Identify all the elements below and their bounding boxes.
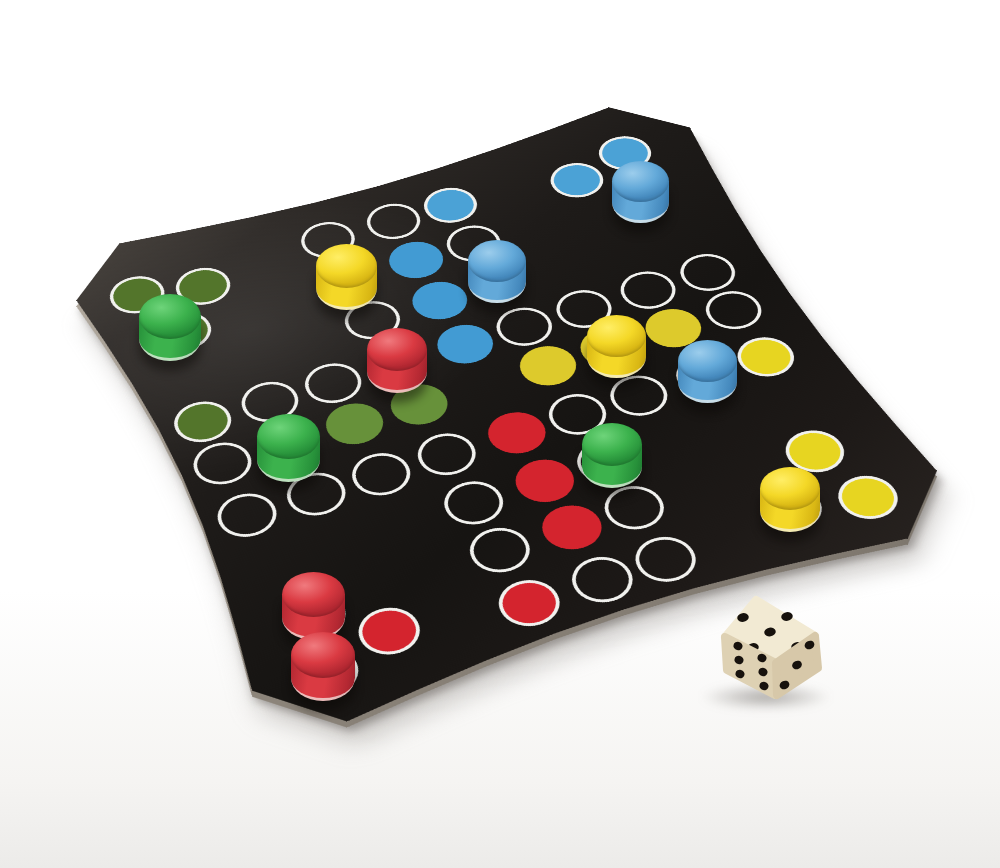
pawn-top (587, 315, 646, 357)
pawn-green-3-at-5,6[interactable] (582, 423, 642, 488)
pawn-red-1-at-3,3[interactable] (367, 328, 427, 393)
pawn-top (291, 632, 355, 678)
pawn-yellow-1-at-3,1[interactable] (316, 244, 377, 310)
pawn-blue-3-at-7,5[interactable] (678, 340, 737, 403)
pawn-top (257, 414, 320, 459)
die[interactable] (716, 592, 828, 708)
pawn-top (612, 161, 669, 202)
die-svg (716, 592, 828, 708)
pawn-green-2-at-1,4[interactable] (257, 414, 320, 482)
pawn-top (678, 340, 737, 382)
pawn-yellow-2-at-6,4[interactable] (587, 315, 646, 378)
pawn-top (316, 244, 377, 288)
pawn-green-1-at-green-base[interactable] (139, 294, 201, 361)
pawn-top (468, 240, 526, 282)
pawn-top (582, 423, 642, 466)
pawn-red-3-at-red-base[interactable] (291, 632, 355, 701)
scene (0, 0, 1000, 868)
pawn-top (139, 294, 201, 339)
pawn-blue-2-at-5,2[interactable] (468, 240, 526, 303)
pawn-top (282, 572, 345, 617)
pawn-top (760, 467, 820, 510)
pawn-yellow-3-at-yellow-base[interactable] (760, 467, 820, 532)
pawn-top (367, 328, 427, 371)
pawn-blue-1-at-blue-base[interactable] (612, 161, 669, 223)
pawn-red-2-at-red-base[interactable] (282, 572, 345, 640)
